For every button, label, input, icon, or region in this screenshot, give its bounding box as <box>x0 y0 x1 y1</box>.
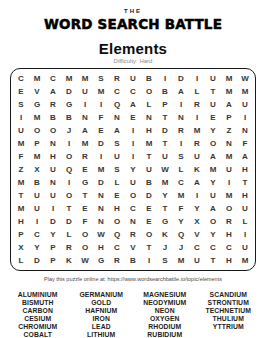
grid-cell: R <box>189 137 205 150</box>
grid-cell: R <box>45 98 61 111</box>
grid-cell: P <box>221 111 237 124</box>
puzzle-title: Elements <box>0 40 266 57</box>
grid-cell: Q <box>173 228 189 241</box>
grid-cell: Y <box>205 124 221 137</box>
grid-cell: T <box>237 176 253 189</box>
grid-cell: I <box>237 228 253 241</box>
grid-cell: M <box>141 137 157 150</box>
grid-cell: T <box>157 137 173 150</box>
word-item: MAGNESIUM <box>135 291 195 299</box>
grid-cell: D <box>93 137 109 150</box>
grid-cell: U <box>189 150 205 163</box>
grid-cell: M <box>29 150 45 163</box>
grid-cell: B <box>141 176 157 189</box>
grid-cell: W <box>77 254 93 267</box>
grid-cell: K <box>189 163 205 176</box>
grid-cell: B <box>125 254 141 267</box>
grid-cell: E <box>77 163 93 176</box>
word-item: STRONTIUM <box>199 299 259 307</box>
grid-cell: C <box>13 72 29 85</box>
grid-cell: Q <box>61 163 77 176</box>
grid-cell: T <box>205 85 221 98</box>
word-item: BISMUTH <box>8 299 68 307</box>
grid-cell: S <box>109 137 125 150</box>
grid-cell: U <box>205 98 221 111</box>
grid-cell: N <box>141 111 157 124</box>
grid-cell: T <box>157 111 173 124</box>
grid-cell: U <box>45 163 61 176</box>
word-item: OXYGEN <box>135 315 195 323</box>
grid-cell: N <box>93 202 109 215</box>
grid-cell: C <box>221 241 237 254</box>
word-item: THULIUM <box>199 315 259 323</box>
grid-cell: F <box>13 150 29 163</box>
word-item: SCANDIUM <box>199 291 259 299</box>
grid-cell: P <box>45 254 61 267</box>
grid-cell: N <box>93 189 109 202</box>
word-list-column: SCANDIUMSTRONTIUMTECHNETIUMTHULIUMYTTRIU… <box>199 291 259 338</box>
word-list-column: MAGNESIUMNEODYMIUMNEONOXYGENRHODIUMRUBID… <box>135 291 195 338</box>
grid-cell: M <box>61 72 77 85</box>
grid-cell: E <box>205 111 221 124</box>
grid-cell: M <box>13 137 29 150</box>
grid-cell: S <box>93 72 109 85</box>
grid-cell: N <box>125 215 141 228</box>
grid-cell: K <box>61 254 77 267</box>
grid-cell: E <box>93 124 109 137</box>
grid-cell: L <box>189 85 205 98</box>
grid-cell: I <box>13 111 29 124</box>
grid-cell: P <box>45 241 61 254</box>
word-item: NEODYMIUM <box>135 299 195 307</box>
grid-cell: U <box>237 241 253 254</box>
grid-cell: I <box>237 111 253 124</box>
grid-cell: B <box>61 111 77 124</box>
grid-cell: M <box>93 163 109 176</box>
grid-cell: O <box>77 241 93 254</box>
grid-cell: W <box>237 72 253 85</box>
word-item: NEON <box>135 307 195 315</box>
word-item: GERMANIUM <box>72 291 132 299</box>
grid-cell: O <box>141 85 157 98</box>
header-kicker: THE <box>0 8 266 14</box>
grid-cell: G <box>61 98 77 111</box>
grid-cell: I <box>141 254 157 267</box>
grid-cell: D <box>157 124 173 137</box>
grid-cell: O <box>61 189 77 202</box>
grid-cell: N <box>173 111 189 124</box>
grid-cell: N <box>109 111 125 124</box>
grid-cell: Y <box>173 215 189 228</box>
grid-cell: I <box>77 98 93 111</box>
grid-cell: C <box>189 241 205 254</box>
grid-cell: D <box>61 215 77 228</box>
grid-cell: M <box>189 124 205 137</box>
grid-cell: C <box>205 241 221 254</box>
grid-cell: R <box>173 124 189 137</box>
grid-cell: A <box>173 85 189 98</box>
grid-cell: H <box>45 150 61 163</box>
difficulty-label: Difficulty: Hard <box>0 58 266 64</box>
grid-cell: S <box>157 254 173 267</box>
grid-cell: T <box>13 189 29 202</box>
grid-cell: D <box>61 85 77 98</box>
grid-cell: Z <box>13 163 29 176</box>
grid-cell: O <box>125 189 141 202</box>
grid-cell: I <box>221 176 237 189</box>
grid-cell: E <box>141 215 157 228</box>
grid-cell: I <box>61 176 77 189</box>
grid-cell: Y <box>205 176 221 189</box>
play-online-url[interactable]: Play this puzzle online at: https://www.… <box>0 276 266 282</box>
grid-border-box: CMCMMSRUBIDIUMWEVADUMCCOBALTMMSGRGIIQALP… <box>10 68 256 271</box>
grid-cell: W <box>93 228 109 241</box>
grid-cell: P <box>13 228 29 241</box>
grid-cell: T <box>157 202 173 215</box>
grid-cell: U <box>45 189 61 202</box>
word-item: TECHNETIUM <box>199 307 259 315</box>
grid-cell: D <box>45 215 61 228</box>
grid-cell: L <box>173 163 189 176</box>
grid-cell: U <box>125 72 141 85</box>
grid-cell: O <box>141 228 157 241</box>
grid-cell: I <box>157 72 173 85</box>
grid-cell: C <box>45 72 61 85</box>
grid-cell: R <box>109 254 125 267</box>
grid-cell: T <box>205 254 221 267</box>
grid-cell: M <box>77 72 93 85</box>
grid-cell: E <box>125 111 141 124</box>
grid-cell: N <box>45 137 61 150</box>
grid-cell: J <box>157 241 173 254</box>
grid-cell: O <box>29 124 45 137</box>
grid-cell: I <box>173 98 189 111</box>
grid-cell: U <box>221 163 237 176</box>
grid-cell: E <box>13 85 29 98</box>
grid-cell: U <box>189 254 205 267</box>
grid-cell: N <box>221 137 237 150</box>
grid-cell: M <box>13 202 29 215</box>
grid-cell: E <box>141 202 157 215</box>
word-list-column: ALUMINIUMBISMUTHCARBONCESIUMCHROMIUMCOBA… <box>8 291 68 338</box>
grid-cell: L <box>141 98 157 111</box>
grid-cell: H <box>141 124 157 137</box>
grid-cell: M <box>173 189 189 202</box>
grid-cell: L <box>61 228 77 241</box>
grid-cell: O <box>45 124 61 137</box>
grid-cell: H <box>13 215 29 228</box>
grid-cell: R <box>61 241 77 254</box>
grid-cell: U <box>109 150 125 163</box>
grid-cell: B <box>29 176 45 189</box>
word-item: ALUMINIUM <box>8 291 68 299</box>
grid-cell: T <box>141 241 157 254</box>
grid-cell: I <box>93 98 109 111</box>
grid-cell: M <box>237 85 253 98</box>
grid-cell: I <box>189 72 205 85</box>
grid-cell: C <box>109 241 125 254</box>
grid-cell: T <box>141 150 157 163</box>
grid-cell: B <box>157 85 173 98</box>
page: THE WORD SEARCH BATTLE Elements Difficul… <box>0 8 266 338</box>
grid-cell: I <box>125 150 141 163</box>
grid-cell: F <box>173 202 189 215</box>
grid-cell: O <box>77 228 93 241</box>
grid-cell: G <box>77 176 93 189</box>
grid-cell: A <box>77 124 93 137</box>
grid-cell: F <box>237 137 253 150</box>
grid-cell: X <box>189 215 205 228</box>
grid-cell: Y <box>125 163 141 176</box>
grid-cell: H <box>237 189 253 202</box>
grid-cell: I <box>93 150 109 163</box>
grid-cell: H <box>109 202 125 215</box>
grid-cell: Y <box>205 228 221 241</box>
grid-cell: U <box>13 124 29 137</box>
grid-cell: V <box>189 228 205 241</box>
grid-cell: N <box>45 176 61 189</box>
grid-cell: L <box>13 254 29 267</box>
word-item: LITHIUM <box>72 331 132 338</box>
grid-cell: M <box>157 176 173 189</box>
grid-cell: M <box>93 85 109 98</box>
grid-cell: G <box>93 254 109 267</box>
grid-cell: P <box>29 137 45 150</box>
grid-cell: M <box>29 72 45 85</box>
grid-cell: O <box>205 215 221 228</box>
word-item: RUBIDIUM <box>135 331 195 338</box>
word-item: IRON <box>72 315 132 323</box>
grid-cell: U <box>125 176 141 189</box>
grid-cell: N <box>93 215 109 228</box>
word-item: GOLD <box>72 299 132 307</box>
grid-cell: U <box>29 202 45 215</box>
grid-cell: M <box>173 254 189 267</box>
grid-cell: A <box>189 176 205 189</box>
grid-cell: X <box>29 163 45 176</box>
grid-cell: Q <box>109 228 125 241</box>
grid-cell: G <box>157 215 173 228</box>
grid-cell: Q <box>109 98 125 111</box>
grid-cell: O <box>221 202 237 215</box>
grid-cell: A <box>205 202 221 215</box>
grid-cell: M <box>205 163 221 176</box>
grid-cell: G <box>29 98 45 111</box>
grid-cell: R <box>125 228 141 241</box>
word-item: COBALT <box>8 331 68 338</box>
grid-cell: M <box>29 111 45 124</box>
grid-cell: A <box>221 98 237 111</box>
grid-cell: Y <box>29 241 45 254</box>
grid-cell: I <box>189 189 205 202</box>
grid-cell: B <box>45 111 61 124</box>
grid-cell: C <box>29 228 45 241</box>
grid-cell: H <box>237 163 253 176</box>
grid-cell: J <box>61 124 77 137</box>
grid-cell: V <box>29 85 45 98</box>
grid-cell: R <box>189 98 205 111</box>
grid-cell: I <box>189 111 205 124</box>
grid-cell: X <box>13 241 29 254</box>
grid-cell: N <box>237 124 253 137</box>
grid-cell: V <box>125 241 141 254</box>
grid-cell: M <box>221 72 237 85</box>
grid-cell: F <box>77 215 93 228</box>
grid-cell: M <box>13 176 29 189</box>
word-list: ALUMINIUMBISMUTHCARBONCESIUMCHROMIUMCOBA… <box>0 291 266 338</box>
grid-cell: A <box>45 85 61 98</box>
grid-cell: D <box>29 254 45 267</box>
grid-cell: C <box>109 85 125 98</box>
grid-cell: N <box>77 111 93 124</box>
grid-cell: R <box>77 150 93 163</box>
grid-cell: O <box>109 215 125 228</box>
word-item: LEAD <box>72 323 132 331</box>
grid-cell: U <box>29 189 45 202</box>
grid-cell: O <box>61 150 77 163</box>
grid-cell: U <box>237 98 253 111</box>
grid-cell: E <box>109 189 125 202</box>
grid-cell: U <box>141 163 157 176</box>
grid-cell: S <box>109 163 125 176</box>
grid-cell: I <box>29 215 45 228</box>
grid-cell: P <box>157 98 173 111</box>
grid-cell: D <box>141 189 157 202</box>
grid-cell: A <box>125 98 141 111</box>
grid-cell: U <box>157 150 173 163</box>
grid-cell: R <box>221 215 237 228</box>
grid-cell: I <box>45 202 61 215</box>
grid-cell: T <box>77 189 93 202</box>
grid-cell: D <box>173 72 189 85</box>
grid-cell: U <box>205 72 221 85</box>
grid-cell: M <box>221 189 237 202</box>
grid-cell: O <box>205 137 221 150</box>
grid-cell: J <box>173 241 189 254</box>
grid-cell: H <box>93 241 109 254</box>
grid-cell: L <box>109 176 125 189</box>
grid-cell: I <box>173 137 189 150</box>
grid-cell: Y <box>157 189 173 202</box>
grid-cell: C <box>173 176 189 189</box>
grid-cell: M <box>221 150 237 163</box>
grid-cell: W <box>157 163 173 176</box>
grid-cell: L <box>237 215 253 228</box>
grid-cell: S <box>173 150 189 163</box>
word-search-grid: CMCMMSRUBIDIUMWEVADUMCCOBALTMMSGRGIIQALP… <box>13 72 253 267</box>
grid-cell: I <box>61 137 77 150</box>
grid-cell: I <box>125 124 141 137</box>
grid-cell: Z <box>221 124 237 137</box>
word-item: CESIUM <box>8 315 68 323</box>
grid-cell: T <box>61 202 77 215</box>
word-item: RHODIUM <box>135 323 195 331</box>
grid-cell: U <box>205 189 221 202</box>
grid-cell: S <box>13 98 29 111</box>
grid-cell: U <box>77 85 93 98</box>
grid-cell: B <box>141 72 157 85</box>
header-logo: WORD SEARCH BATTLE <box>0 16 266 32</box>
grid-cell: Y <box>189 202 205 215</box>
grid-cell: U <box>237 202 253 215</box>
grid-cell: E <box>77 202 93 215</box>
grid-cell: M <box>221 85 237 98</box>
grid-cell: I <box>125 137 141 150</box>
grid-cell: M <box>237 254 253 267</box>
grid-cell: C <box>125 85 141 98</box>
word-item: CARBON <box>8 307 68 315</box>
grid-cell: H <box>221 228 237 241</box>
grid-cell: Y <box>45 228 61 241</box>
grid-cell: C <box>125 202 141 215</box>
grid-cell: A <box>109 124 125 137</box>
grid-cell: K <box>157 228 173 241</box>
word-item: HAFNIUM <box>72 307 132 315</box>
grid-cell: A <box>205 150 221 163</box>
grid-cell: R <box>109 72 125 85</box>
grid-cell: F <box>93 111 109 124</box>
grid-cell: D <box>93 176 109 189</box>
word-list-column: GERMANIUMGOLDHAFNIUMIRONLEADLITHIUM <box>72 291 132 338</box>
grid-cell: M <box>77 137 93 150</box>
grid-cell: A <box>237 150 253 163</box>
grid-cell: H <box>221 254 237 267</box>
word-item: CHROMIUM <box>8 323 68 331</box>
word-item: YTTRIUM <box>199 323 259 331</box>
